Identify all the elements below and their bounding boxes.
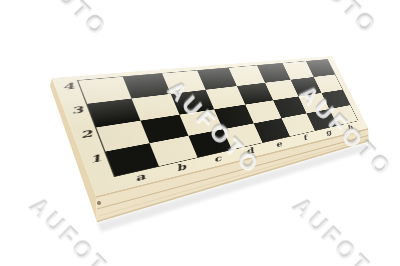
side-knot-dot [97, 201, 101, 205]
photo-stage: 4321 abcdefgh AUFOTO AUFOTO AUFOTO AUFOT… [0, 0, 400, 266]
